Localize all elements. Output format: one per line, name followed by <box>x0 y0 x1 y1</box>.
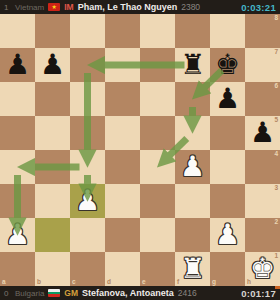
black-pawn: ♟ <box>215 82 240 116</box>
file-label-a: a <box>2 279 6 286</box>
player-name: Stefanova, Antoaneta <box>82 288 174 298</box>
square-g2[interactable]: ♟ <box>210 218 245 252</box>
black-pawn: ♟ <box>250 116 275 150</box>
rank-label-2: 2 <box>274 219 278 226</box>
square-d1[interactable]: d <box>105 252 140 286</box>
square-c1[interactable]: c <box>70 252 105 286</box>
white-pawn: ♟ <box>5 218 30 252</box>
square-a6[interactable] <box>0 82 35 116</box>
player-clock: 0:03:21 <box>241 2 276 13</box>
square-g4[interactable] <box>210 150 245 184</box>
square-c2[interactable] <box>70 218 105 252</box>
rank-label-8: 8 <box>274 15 278 22</box>
square-c7[interactable] <box>70 48 105 82</box>
square-d3[interactable] <box>105 184 140 218</box>
bulgaria-flag-icon <box>48 289 60 297</box>
square-g1[interactable]: g <box>210 252 245 286</box>
square-d7[interactable] <box>105 48 140 82</box>
file-label-f: f <box>177 279 179 286</box>
square-f4[interactable]: ♟ <box>175 150 210 184</box>
file-label-g: g <box>212 279 216 286</box>
square-d5[interactable] <box>105 116 140 150</box>
square-h3[interactable]: 3 <box>245 184 280 218</box>
player-name: Pham, Le Thao Nguyen <box>78 2 178 12</box>
square-f5[interactable] <box>175 116 210 150</box>
player-score: 1 <box>4 3 11 12</box>
square-d4[interactable] <box>105 150 140 184</box>
square-f6[interactable] <box>175 82 210 116</box>
black-pawn: ♟ <box>5 48 30 82</box>
square-c3[interactable]: ♟ <box>70 184 105 218</box>
square-h5[interactable]: 5♟ <box>245 116 280 150</box>
board-grid: 8♟♟♜♚7♟65♟♟4♟3♟♟2abcdef♜gh1♚ <box>0 14 280 286</box>
square-e1[interactable]: e <box>140 252 175 286</box>
square-f7[interactable]: ♜ <box>175 48 210 82</box>
chess-board: 8♟♟♜♚7♟65♟♟4♟3♟♟2abcdef♜gh1♚ <box>0 14 280 286</box>
square-h8[interactable]: 8 <box>245 14 280 48</box>
file-label-b: b <box>37 279 41 286</box>
square-b4[interactable] <box>35 150 70 184</box>
white-pawn: ♟ <box>75 184 100 218</box>
black-king: ♚ <box>215 48 240 82</box>
square-a4[interactable] <box>0 150 35 184</box>
square-f8[interactable] <box>175 14 210 48</box>
country-label: Vietnam <box>15 3 44 12</box>
square-a3[interactable] <box>0 184 35 218</box>
square-d8[interactable] <box>105 14 140 48</box>
square-g8[interactable] <box>210 14 245 48</box>
rank-label-6: 6 <box>274 83 278 90</box>
white-pawn: ♟ <box>215 218 240 252</box>
square-c6[interactable] <box>70 82 105 116</box>
country-label: Bulgaria <box>15 289 44 298</box>
broadcast-board-widget: { "game": "chess", "position": { "fen": … <box>0 0 280 300</box>
bottom-player-bar: 0 Bulgaria GM Stefanova, Antoaneta 2416 … <box>0 286 280 300</box>
rank-label-4: 4 <box>274 151 278 158</box>
white-rook: ♜ <box>180 252 205 286</box>
player-title: IM <box>64 2 73 12</box>
square-f3[interactable] <box>175 184 210 218</box>
square-h7[interactable]: 7 <box>245 48 280 82</box>
square-a2[interactable]: ♟ <box>0 218 35 252</box>
square-d2[interactable] <box>105 218 140 252</box>
square-a8[interactable] <box>0 14 35 48</box>
square-e3[interactable] <box>140 184 175 218</box>
white-pawn: ♟ <box>180 150 205 184</box>
square-h6[interactable]: 6 <box>245 82 280 116</box>
player-title: GM <box>64 288 78 298</box>
square-a7[interactable]: ♟ <box>0 48 35 82</box>
square-b6[interactable] <box>35 82 70 116</box>
square-e4[interactable] <box>140 150 175 184</box>
square-e8[interactable] <box>140 14 175 48</box>
square-d6[interactable] <box>105 82 140 116</box>
player-clock: 0:01:17 <box>241 288 276 299</box>
file-label-d: d <box>107 279 111 286</box>
rank-label-3: 3 <box>274 185 278 192</box>
square-a5[interactable] <box>0 116 35 150</box>
star-icon: ★ <box>52 4 57 10</box>
square-a1[interactable]: a <box>0 252 35 286</box>
rank-label-7: 7 <box>274 49 278 56</box>
file-label-e: e <box>142 279 146 286</box>
player-rating: 2416 <box>178 288 197 298</box>
player-rating: 2380 <box>181 2 200 12</box>
square-b5[interactable] <box>35 116 70 150</box>
square-h2[interactable]: 2 <box>245 218 280 252</box>
square-g3[interactable] <box>210 184 245 218</box>
white-king: ♚ <box>250 252 275 286</box>
black-pawn: ♟ <box>40 48 65 82</box>
top-player-bar: 1 Vietnam ★ IM Pham, Le Thao Nguyen 2380… <box>0 0 280 14</box>
square-f2[interactable] <box>175 218 210 252</box>
square-c4[interactable] <box>70 150 105 184</box>
square-b8[interactable] <box>35 14 70 48</box>
square-h1[interactable]: h1♚ <box>245 252 280 286</box>
square-g7[interactable]: ♚ <box>210 48 245 82</box>
square-c8[interactable] <box>70 14 105 48</box>
square-b7[interactable]: ♟ <box>35 48 70 82</box>
square-g6[interactable]: ♟ <box>210 82 245 116</box>
file-label-c: c <box>72 279 76 286</box>
square-e5[interactable] <box>140 116 175 150</box>
square-e2[interactable] <box>140 218 175 252</box>
corner-marker <box>275 286 280 289</box>
square-g5[interactable] <box>210 116 245 150</box>
square-e6[interactable] <box>140 82 175 116</box>
black-rook: ♜ <box>180 48 205 82</box>
player-score: 0 <box>4 289 11 298</box>
square-h4[interactable]: 4 <box>245 150 280 184</box>
square-b2[interactable] <box>35 218 70 252</box>
vietnam-flag-icon: ★ <box>48 3 60 11</box>
square-f1[interactable]: f♜ <box>175 252 210 286</box>
square-b3[interactable] <box>35 184 70 218</box>
square-c5[interactable] <box>70 116 105 150</box>
square-b1[interactable]: b <box>35 252 70 286</box>
square-e7[interactable] <box>140 48 175 82</box>
